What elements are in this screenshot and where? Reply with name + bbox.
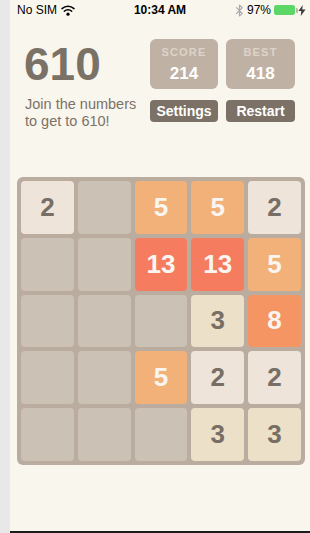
tile-r2c5: 5	[248, 238, 301, 291]
tile-r2c3: 13	[135, 238, 188, 291]
game-board[interactable]: 2 5 5 2 13 13 5 3 8 5 2 2 3 3	[17, 177, 305, 465]
tile-r2c4: 13	[191, 238, 244, 291]
tile-r1c1: 2	[21, 181, 74, 234]
tile-r3c2	[78, 295, 131, 348]
status-bar: No SIM 10:34 AM 97%	[10, 0, 310, 20]
score-label: SCORE	[150, 46, 218, 58]
battery-icon	[274, 5, 295, 15]
tile-r1c4: 5	[191, 181, 244, 234]
tile-r3c3	[135, 295, 188, 348]
tile-r5c3	[135, 408, 188, 461]
app-screen: No SIM 10:34 AM 97% 610 Join the numbers…	[10, 0, 310, 533]
instructions-line2: to get to 610!	[25, 113, 136, 130]
bluetooth-icon	[235, 4, 244, 17]
battery-percent: 97%	[247, 3, 271, 17]
tile-r4c4: 2	[191, 351, 244, 404]
best-value: 418	[226, 64, 295, 84]
best-box: BEST 418	[226, 39, 295, 89]
tile-r5c4: 3	[191, 408, 244, 461]
tile-r5c1	[21, 408, 74, 461]
tile-r3c5: 8	[248, 295, 301, 348]
settings-button[interactable]: Settings	[150, 100, 218, 122]
game-instructions: Join the numbers to get to 610!	[25, 96, 136, 130]
tile-r1c5: 2	[248, 181, 301, 234]
score-value: 214	[150, 64, 218, 84]
tile-r1c3: 5	[135, 181, 188, 234]
tile-r3c1	[21, 295, 74, 348]
battery-nub	[296, 8, 298, 13]
tile-r5c5: 3	[248, 408, 301, 461]
tile-r2c2	[78, 238, 131, 291]
instructions-line1: Join the numbers	[25, 96, 136, 113]
best-label: BEST	[226, 46, 295, 58]
score-box: SCORE 214	[150, 39, 218, 89]
charging-bolt-icon	[298, 5, 306, 16]
tile-r1c2	[78, 181, 131, 234]
tile-r2c1	[21, 238, 74, 291]
page-title: 610	[24, 41, 101, 87]
tile-r5c2	[78, 408, 131, 461]
tile-r3c4: 3	[191, 295, 244, 348]
tile-r4c1	[21, 351, 74, 404]
restart-button[interactable]: Restart	[226, 100, 295, 122]
status-right: 97%	[235, 0, 306, 20]
tile-r4c2	[78, 351, 131, 404]
tile-r4c3: 5	[135, 351, 188, 404]
tile-r4c5: 2	[248, 351, 301, 404]
